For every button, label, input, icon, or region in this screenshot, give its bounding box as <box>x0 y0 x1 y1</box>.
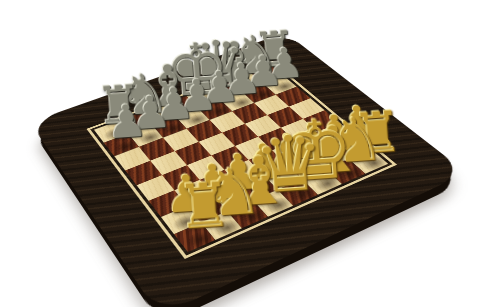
ebony-board-frame: ♜♞♝♚♛♝♞♜♟♟♟♟♟♟♟♟♟♟♟♟♟♟♟♟♜♞♝♛♚♝♞♜ <box>30 33 467 307</box>
chess-grid: ♜♞♝♚♛♝♞♜♟♟♟♟♟♟♟♟♟♟♟♟♟♟♟♟♜♞♝♛♚♝♞♜ <box>94 65 388 252</box>
brass-rook[interactable]: ♜ <box>175 177 210 237</box>
photo-scene: ♜♞♝♚♛♝♞♜♟♟♟♟♟♟♟♟♟♟♟♟♟♟♟♟♜♞♝♛♚♝♞♜ <box>0 0 480 307</box>
chess-board: ♜♞♝♚♛♝♞♜♟♟♟♟♟♟♟♟♟♟♟♟♟♟♟♟♜♞♝♛♚♝♞♜ <box>30 33 467 307</box>
square-a7[interactable]: ♟ <box>104 134 139 157</box>
pewter-pawn[interactable]: ♟ <box>105 100 135 145</box>
